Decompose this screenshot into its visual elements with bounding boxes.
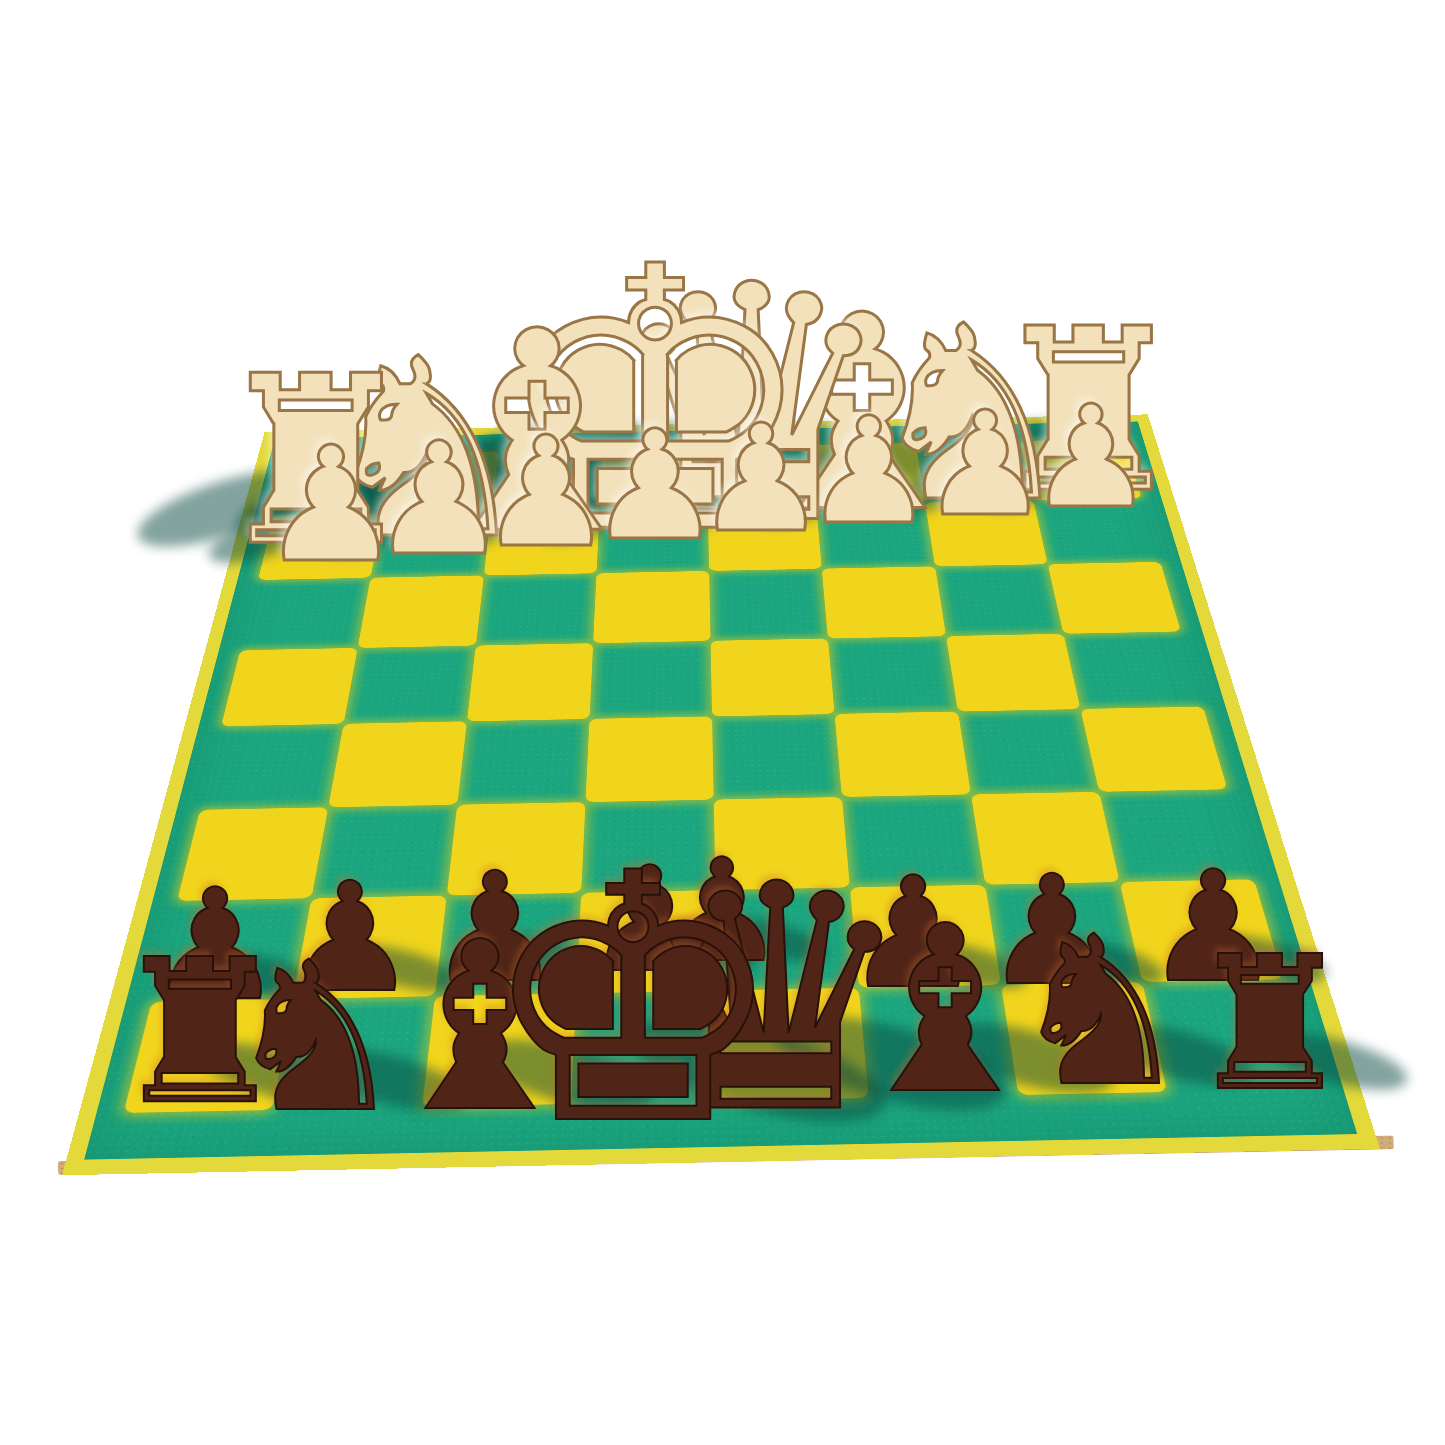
piece-white-pawn-b2[interactable]: ♟ [920, 392, 1049, 536]
piece-dark-knight-g8[interactable]: ♞ [223, 935, 408, 1141]
piece-layer: ♜♞♝♟♛♟♚♝♟♞♟♜♟♟♟♟♟♟♟♟♟♟♟♟♞♝♜♜♛♝♞♚ [0, 0, 1445, 1445]
piece-white-pawn-h2[interactable]: ♟ [260, 425, 403, 584]
piece-dark-rook-a8[interactable]: ♜ [1187, 932, 1353, 1117]
piece-dark-king-e8[interactable]: ♚ [479, 829, 787, 1172]
scene: ♜♞♝♟♛♟♚♝♟♞♟♜♟♟♟♟♟♟♟♟♟♟♟♟♞♝♜♜♛♝♞♚ [0, 0, 1445, 1445]
